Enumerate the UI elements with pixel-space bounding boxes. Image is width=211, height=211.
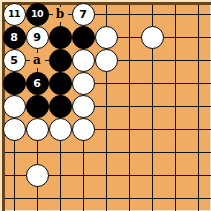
stone-white-5: 5 [3, 49, 26, 72]
stone-white-c4r5 [72, 95, 95, 118]
stone-white-c4r4 [72, 72, 95, 95]
stone-number: 8 [10, 31, 18, 42]
grid-line-v-8 [175, 5, 176, 211]
stone-white-c7r2 [141, 26, 164, 49]
stone-white-7: 7 [72, 3, 95, 26]
stone-number: 10 [31, 9, 43, 19]
stone-white-c4r3 [72, 49, 95, 72]
stone-black-c3r3 [49, 49, 72, 72]
stone-number: 5 [10, 54, 18, 65]
grid-line-h-7 [5, 152, 211, 153]
grid-line-v-6 [129, 5, 130, 211]
stone-white-c3r6 [49, 118, 72, 141]
stone-white-c1r5 [3, 95, 26, 118]
stone-black-10: 10 [26, 3, 49, 26]
stone-black-c1r4 [3, 72, 26, 95]
stone-white-c2r6 [26, 118, 49, 141]
stone-black-c3r5 [49, 95, 72, 118]
stone-white-11: 11 [3, 3, 26, 26]
stone-black-c4r2 [72, 26, 95, 49]
stone-number: 11 [8, 9, 20, 19]
stone-white-c4r6 [72, 118, 95, 141]
stone-number: 9 [33, 31, 41, 42]
stone-number: 6 [33, 77, 41, 88]
point-label-a: a [30, 53, 45, 68]
stone-number: 7 [79, 8, 87, 19]
stone-white-c2r8 [26, 164, 49, 187]
stone-black-c2r5 [26, 95, 49, 118]
stone-white-9: 9 [26, 26, 49, 49]
stone-black-6: 6 [26, 72, 49, 95]
stone-white-c5r2 [95, 26, 118, 49]
stone-white-c5r3 [95, 49, 118, 72]
point-label-b: b [53, 7, 68, 22]
stone-black-8: 8 [3, 26, 26, 49]
grid-line-h-9 [5, 198, 211, 199]
stone-black-c3r4 [49, 72, 72, 95]
stone-black-c3r2 [49, 26, 72, 49]
grid-line-v-9 [198, 5, 199, 211]
go-board: 111078956ba [0, 0, 211, 211]
stone-white-c1r6 [3, 118, 26, 141]
